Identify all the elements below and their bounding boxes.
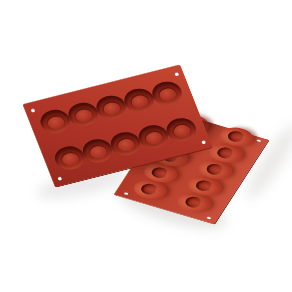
- hang-hole: [30, 108, 35, 112]
- cavity-center-ring: [74, 108, 94, 124]
- bump-dimple: [215, 146, 236, 160]
- cavity-center-ring: [46, 115, 66, 131]
- bump-dimple: [225, 129, 246, 143]
- cavity-center-ring: [88, 144, 108, 160]
- hang-hole: [206, 216, 211, 219]
- cavity-center-ring: [116, 137, 136, 153]
- hang-hole: [201, 140, 206, 144]
- bump-dimple: [183, 195, 204, 209]
- cavity-center-ring: [129, 94, 149, 110]
- cavity-center-ring: [172, 123, 192, 139]
- cavity-center-ring: [60, 152, 80, 168]
- product-photo: [0, 0, 292, 292]
- cavity-center-ring: [144, 130, 164, 146]
- hang-hole: [174, 72, 179, 76]
- cavity-center-ring: [101, 101, 121, 117]
- hang-hole: [123, 192, 128, 195]
- bump-dimple: [139, 182, 160, 196]
- bump-dimple: [149, 166, 170, 180]
- cavity-center-ring: [157, 87, 177, 103]
- bump-dimple: [194, 179, 215, 193]
- bump-dimple: [204, 162, 225, 176]
- hang-hole: [57, 176, 62, 180]
